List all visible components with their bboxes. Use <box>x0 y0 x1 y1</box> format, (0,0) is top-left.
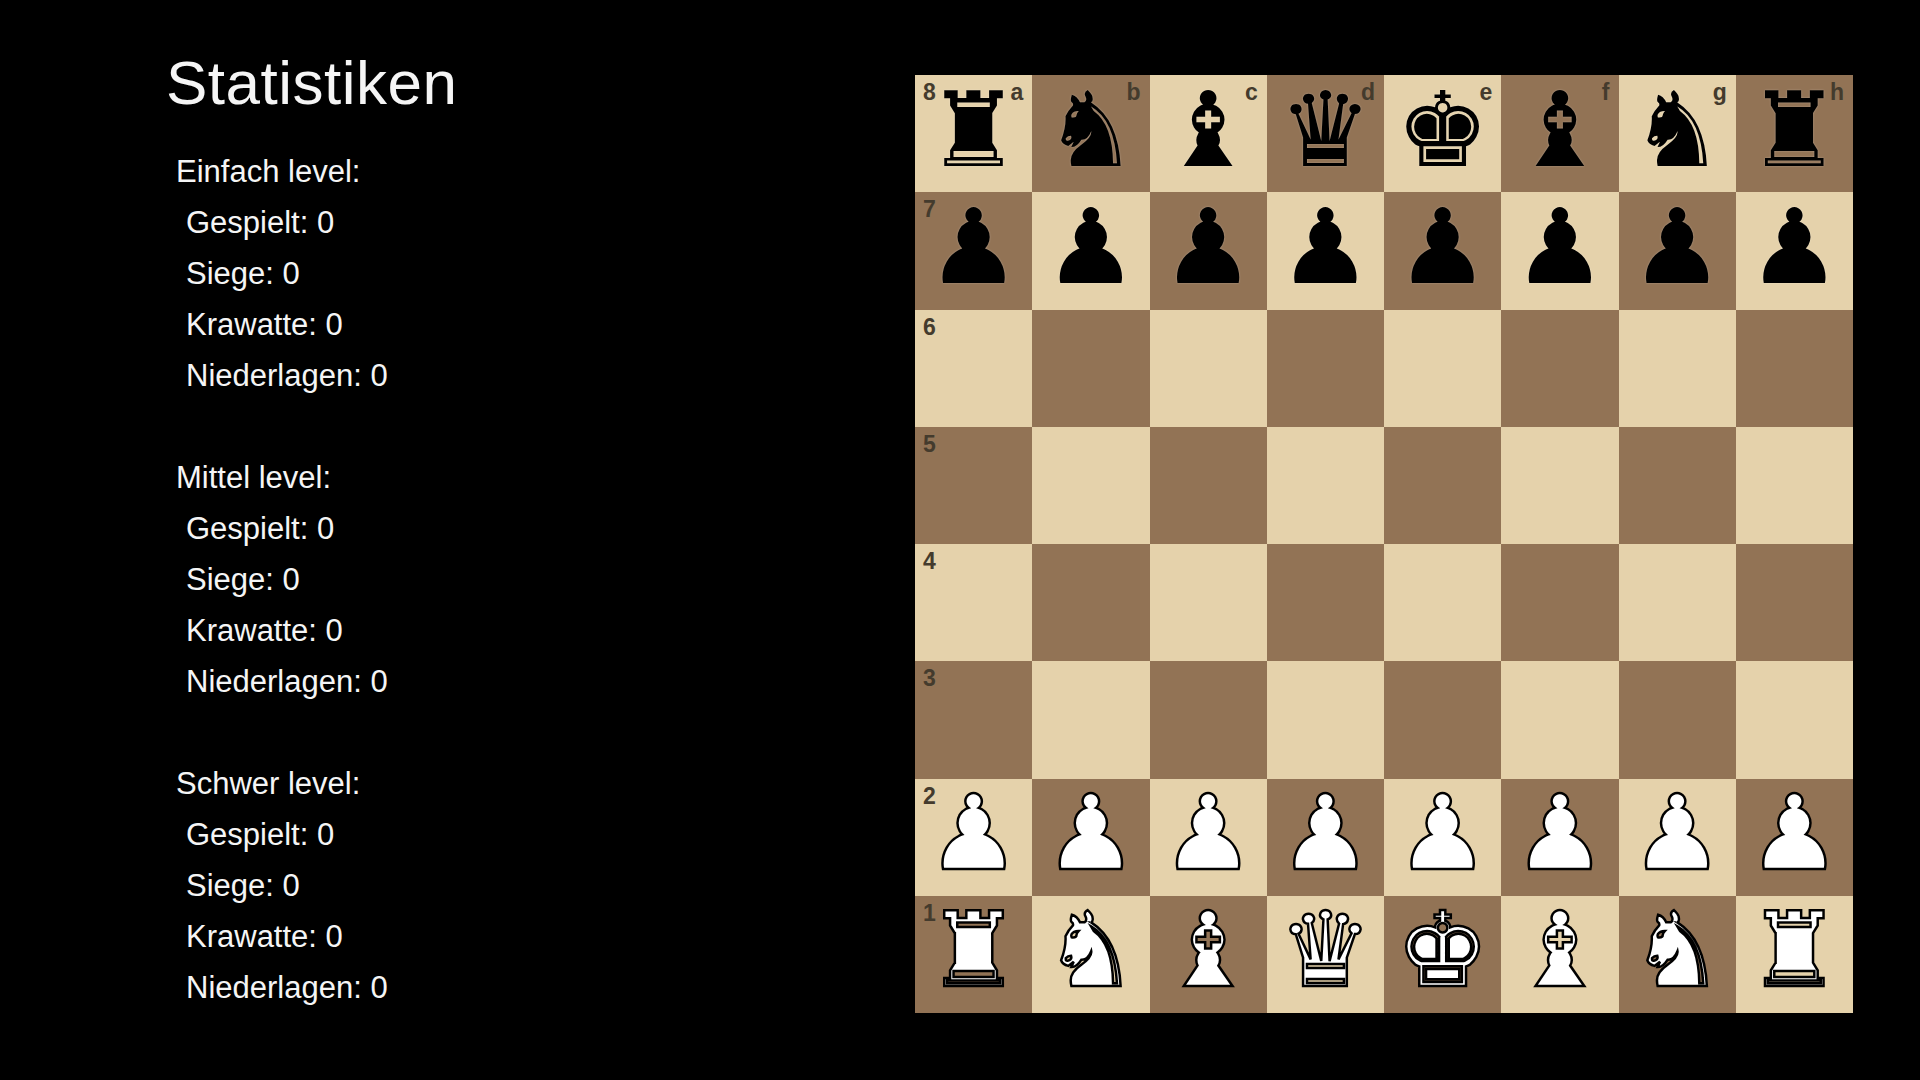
piece-black-pawn[interactable]: ♟ <box>1396 195 1489 299</box>
piece-white-pawn[interactable]: ♟ <box>1631 781 1724 885</box>
square-f7[interactable]: ♟ <box>1501 192 1618 309</box>
piece-white-bishop[interactable]: ♝ <box>1162 898 1255 1002</box>
square-c5[interactable] <box>1150 427 1267 544</box>
stat-line-easy-losses: Niederlagen: 0 <box>166 350 458 401</box>
piece-white-knight[interactable]: ♞ <box>1631 898 1724 1002</box>
square-f8[interactable]: f♝ <box>1501 75 1618 192</box>
square-g5[interactable] <box>1619 427 1736 544</box>
square-h4[interactable] <box>1736 544 1853 661</box>
square-c4[interactable] <box>1150 544 1267 661</box>
piece-white-pawn[interactable]: ♟ <box>927 781 1020 885</box>
piece-white-pawn[interactable]: ♟ <box>1748 781 1841 885</box>
stats-group-hard-label: Schwer level: <box>166 758 458 809</box>
square-e4[interactable] <box>1384 544 1501 661</box>
square-g3[interactable] <box>1619 661 1736 778</box>
stat-line-hard-losses: Niederlagen: 0 <box>166 962 458 1013</box>
square-b4[interactable] <box>1032 544 1149 661</box>
stat-line-easy-draws: Krawatte: 0 <box>166 299 458 350</box>
piece-black-knight[interactable]: ♞ <box>1044 78 1137 182</box>
stats-group-hard: Schwer level: Gespielt: 0 Siege: 0 Krawa… <box>166 758 458 1013</box>
stat-line-easy-played: Gespielt: 0 <box>166 197 458 248</box>
square-a2[interactable]: 2♟ <box>915 779 1032 896</box>
square-h1[interactable]: ♜ <box>1736 896 1853 1013</box>
square-a7[interactable]: 7♟ <box>915 192 1032 309</box>
stats-panel: Statistiken Einfach level: Gespielt: 0 S… <box>166 52 458 1013</box>
square-h8[interactable]: h♜ <box>1736 75 1853 192</box>
square-a5[interactable]: 5 <box>915 427 1032 544</box>
piece-white-pawn[interactable]: ♟ <box>1044 781 1137 885</box>
piece-white-king[interactable]: ♚ <box>1396 898 1489 1002</box>
square-c6[interactable] <box>1150 310 1267 427</box>
square-g8[interactable]: g♞ <box>1619 75 1736 192</box>
rank-coordinate-3: 3 <box>923 667 936 690</box>
square-g1[interactable]: ♞ <box>1619 896 1736 1013</box>
square-h3[interactable] <box>1736 661 1853 778</box>
square-c3[interactable] <box>1150 661 1267 778</box>
piece-black-king[interactable]: ♚ <box>1396 78 1489 182</box>
rank-coordinate-6: 6 <box>923 316 936 339</box>
square-e7[interactable]: ♟ <box>1384 192 1501 309</box>
square-b7[interactable]: ♟ <box>1032 192 1149 309</box>
square-h7[interactable]: ♟ <box>1736 192 1853 309</box>
piece-white-rook[interactable]: ♜ <box>1748 898 1841 1002</box>
piece-black-bishop[interactable]: ♝ <box>1162 78 1255 182</box>
stats-group-medium: Mittel level: Gespielt: 0 Siege: 0 Krawa… <box>166 452 458 707</box>
piece-black-pawn[interactable]: ♟ <box>1513 195 1606 299</box>
square-e8[interactable]: e♚ <box>1384 75 1501 192</box>
square-a1[interactable]: 1♜ <box>915 896 1032 1013</box>
chess-board: 8a♜b♞c♝d♛e♚f♝g♞h♜7♟♟♟♟♟♟♟♟65432♟♟♟♟♟♟♟♟1… <box>915 75 1853 1013</box>
rank-coordinate-5: 5 <box>923 433 936 456</box>
piece-black-knight[interactable]: ♞ <box>1631 78 1724 182</box>
square-e6[interactable] <box>1384 310 1501 427</box>
square-b2[interactable]: ♟ <box>1032 779 1149 896</box>
square-g6[interactable] <box>1619 310 1736 427</box>
piece-black-pawn[interactable]: ♟ <box>927 195 1020 299</box>
square-c1[interactable]: ♝ <box>1150 896 1267 1013</box>
square-e3[interactable] <box>1384 661 1501 778</box>
square-f5[interactable] <box>1501 427 1618 544</box>
square-b8[interactable]: b♞ <box>1032 75 1149 192</box>
piece-white-pawn[interactable]: ♟ <box>1279 781 1372 885</box>
square-a8[interactable]: 8a♜ <box>915 75 1032 192</box>
square-e2[interactable]: ♟ <box>1384 779 1501 896</box>
square-b3[interactable] <box>1032 661 1149 778</box>
square-g7[interactable]: ♟ <box>1619 192 1736 309</box>
stat-line-hard-wins: Siege: 0 <box>166 860 458 911</box>
piece-white-queen[interactable]: ♛ <box>1279 898 1372 1002</box>
stat-line-medium-draws: Krawatte: 0 <box>166 605 458 656</box>
stat-line-easy-wins: Siege: 0 <box>166 248 458 299</box>
square-d5[interactable] <box>1267 427 1384 544</box>
square-f2[interactable]: ♟ <box>1501 779 1618 896</box>
stats-group-easy: Einfach level: Gespielt: 0 Siege: 0 Kraw… <box>166 146 458 401</box>
square-d7[interactable]: ♟ <box>1267 192 1384 309</box>
square-d1[interactable]: ♛ <box>1267 896 1384 1013</box>
piece-white-pawn[interactable]: ♟ <box>1513 781 1606 885</box>
square-f3[interactable] <box>1501 661 1618 778</box>
square-c2[interactable]: ♟ <box>1150 779 1267 896</box>
stats-group-easy-label: Einfach level: <box>166 146 458 197</box>
square-h6[interactable] <box>1736 310 1853 427</box>
square-a6[interactable]: 6 <box>915 310 1032 427</box>
square-d3[interactable] <box>1267 661 1384 778</box>
stat-line-hard-played: Gespielt: 0 <box>166 809 458 860</box>
piece-black-rook[interactable]: ♜ <box>1748 78 1841 182</box>
square-f6[interactable] <box>1501 310 1618 427</box>
piece-white-pawn[interactable]: ♟ <box>1162 781 1255 885</box>
piece-black-pawn[interactable]: ♟ <box>1162 195 1255 299</box>
piece-black-queen[interactable]: ♛ <box>1279 78 1372 182</box>
square-f1[interactable]: ♝ <box>1501 896 1618 1013</box>
piece-black-bishop[interactable]: ♝ <box>1513 78 1606 182</box>
piece-white-bishop[interactable]: ♝ <box>1513 898 1606 1002</box>
square-d4[interactable] <box>1267 544 1384 661</box>
square-g4[interactable] <box>1619 544 1736 661</box>
stat-line-hard-draws: Krawatte: 0 <box>166 911 458 962</box>
piece-white-pawn[interactable]: ♟ <box>1396 781 1489 885</box>
square-d8[interactable]: d♛ <box>1267 75 1384 192</box>
square-a3[interactable]: 3 <box>915 661 1032 778</box>
square-b6[interactable] <box>1032 310 1149 427</box>
piece-black-pawn[interactable]: ♟ <box>1631 195 1724 299</box>
piece-black-rook[interactable]: ♜ <box>927 78 1020 182</box>
square-e5[interactable] <box>1384 427 1501 544</box>
square-h5[interactable] <box>1736 427 1853 544</box>
stat-line-medium-losses: Niederlagen: 0 <box>166 656 458 707</box>
square-c7[interactable]: ♟ <box>1150 192 1267 309</box>
square-a4[interactable]: 4 <box>915 544 1032 661</box>
piece-black-pawn[interactable]: ♟ <box>1044 195 1137 299</box>
square-c8[interactable]: c♝ <box>1150 75 1267 192</box>
square-g2[interactable]: ♟ <box>1619 779 1736 896</box>
stats-group-medium-label: Mittel level: <box>166 452 458 503</box>
square-e1[interactable]: ♚ <box>1384 896 1501 1013</box>
stat-line-medium-played: Gespielt: 0 <box>166 503 458 554</box>
piece-black-pawn[interactable]: ♟ <box>1279 195 1372 299</box>
square-b1[interactable]: ♞ <box>1032 896 1149 1013</box>
piece-white-knight[interactable]: ♞ <box>1044 898 1137 1002</box>
square-h2[interactable]: ♟ <box>1736 779 1853 896</box>
piece-white-rook[interactable]: ♜ <box>927 898 1020 1002</box>
stat-line-medium-wins: Siege: 0 <box>166 554 458 605</box>
piece-black-pawn[interactable]: ♟ <box>1748 195 1841 299</box>
rank-coordinate-4: 4 <box>923 550 936 573</box>
square-d2[interactable]: ♟ <box>1267 779 1384 896</box>
square-b5[interactable] <box>1032 427 1149 544</box>
square-d6[interactable] <box>1267 310 1384 427</box>
square-f4[interactable] <box>1501 544 1618 661</box>
stats-title: Statistiken <box>166 52 458 114</box>
